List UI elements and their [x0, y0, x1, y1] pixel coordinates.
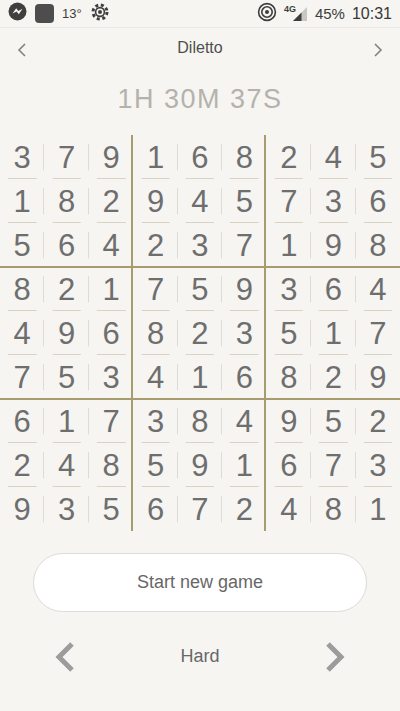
sudoku-cell[interactable]: 5: [178, 267, 222, 311]
sudoku-cell[interactable]: 6: [89, 311, 133, 355]
sudoku-cell[interactable]: 3: [267, 267, 311, 311]
battery-text: 45%: [315, 5, 345, 22]
sudoku-cell[interactable]: 4: [133, 355, 177, 399]
sudoku-cell[interactable]: 9: [44, 311, 88, 355]
sudoku-cell[interactable]: 5: [267, 311, 311, 355]
sudoku-cell[interactable]: 8: [178, 399, 222, 443]
sudoku-cell[interactable]: 2: [178, 311, 222, 355]
temperature-text: 13°: [62, 6, 82, 21]
sudoku-cell[interactable]: 7: [133, 267, 177, 311]
sudoku-cell[interactable]: 6: [0, 399, 44, 443]
sudoku-cell[interactable]: 9: [178, 443, 222, 487]
sudoku-cell[interactable]: 4: [267, 487, 311, 531]
sudoku-cell[interactable]: 3: [311, 179, 355, 223]
sudoku-grid: 3791682451829457365642371988217593644968…: [0, 135, 400, 531]
sudoku-cell[interactable]: 4: [178, 179, 222, 223]
sudoku-cell[interactable]: 1: [133, 135, 177, 179]
signal-icon: 4G: [284, 4, 308, 23]
status-bar-left: 13°: [8, 2, 110, 26]
puzzle-title: Diletto: [0, 39, 400, 57]
sudoku-cell[interactable]: 1: [222, 443, 266, 487]
sudoku-cell[interactable]: 9: [133, 179, 177, 223]
sudoku-cell[interactable]: 6: [356, 179, 400, 223]
sudoku-cell[interactable]: 3: [89, 355, 133, 399]
sudoku-cell[interactable]: 8: [0, 267, 44, 311]
sudoku-cell[interactable]: 1: [356, 487, 400, 531]
sudoku-cell[interactable]: 9: [89, 135, 133, 179]
messenger-icon: [8, 2, 27, 25]
sudoku-cell[interactable]: 5: [44, 355, 88, 399]
status-bar: 13° 4G: [0, 0, 400, 28]
sudoku-cell[interactable]: 5: [0, 223, 44, 267]
sudoku-cell[interactable]: 2: [222, 487, 266, 531]
sudoku-cell[interactable]: 5: [89, 487, 133, 531]
next-difficulty-button[interactable]: [322, 640, 348, 674]
sudoku-cell[interactable]: 6: [133, 487, 177, 531]
sudoku-cell[interactable]: 3: [0, 135, 44, 179]
sudoku-cell[interactable]: 8: [133, 311, 177, 355]
sudoku-cell[interactable]: 9: [311, 223, 355, 267]
sudoku-cell[interactable]: 2: [44, 267, 88, 311]
sudoku-cell[interactable]: 8: [44, 179, 88, 223]
sudoku-cell[interactable]: 9: [356, 355, 400, 399]
sudoku-cell[interactable]: 5: [133, 443, 177, 487]
sudoku-cell[interactable]: 4: [89, 223, 133, 267]
notification-square-icon: [35, 4, 54, 23]
sudoku-cell[interactable]: 9: [222, 267, 266, 311]
sudoku-cell[interactable]: 7: [89, 399, 133, 443]
sudoku-cell[interactable]: 2: [0, 443, 44, 487]
sudoku-cell[interactable]: 8: [89, 443, 133, 487]
sudoku-cell[interactable]: 6: [222, 355, 266, 399]
sudoku-cell[interactable]: 9: [0, 487, 44, 531]
sudoku-cell[interactable]: 5: [222, 179, 266, 223]
sudoku-cell[interactable]: 2: [89, 179, 133, 223]
sudoku-cell[interactable]: 7: [267, 179, 311, 223]
puzzle-header: Diletto: [0, 36, 400, 64]
sudoku-cell[interactable]: 4: [222, 399, 266, 443]
sudoku-cell[interactable]: 7: [356, 311, 400, 355]
start-new-game-label: Start new game: [137, 572, 263, 593]
next-puzzle-button[interactable]: [366, 40, 390, 60]
gear-icon: [90, 2, 110, 26]
sudoku-cell[interactable]: 1: [267, 223, 311, 267]
difficulty-nav: Hard: [0, 638, 400, 676]
sudoku-cell[interactable]: 2: [311, 355, 355, 399]
sudoku-cell[interactable]: 3: [44, 487, 88, 531]
sudoku-cell[interactable]: 7: [44, 135, 88, 179]
sudoku-cell[interactable]: 6: [311, 267, 355, 311]
sudoku-cell[interactable]: 4: [356, 267, 400, 311]
elapsed-time: 1H 30M 37S: [0, 84, 400, 115]
sudoku-cell[interactable]: 8: [311, 487, 355, 531]
sudoku-cell[interactable]: 1: [44, 399, 88, 443]
sudoku-cell[interactable]: 1: [0, 179, 44, 223]
sudoku-cell[interactable]: 3: [133, 399, 177, 443]
status-bar-right: 4G 45% 10:31: [257, 2, 392, 26]
sudoku-cell[interactable]: 3: [356, 443, 400, 487]
sudoku-cell[interactable]: 2: [133, 223, 177, 267]
hotspot-icon: [257, 2, 277, 26]
start-new-game-button[interactable]: Start new game: [33, 553, 367, 612]
sudoku-cell[interactable]: 8: [222, 135, 266, 179]
sudoku-cell[interactable]: 5: [311, 399, 355, 443]
sudoku-cell[interactable]: 9: [267, 399, 311, 443]
sudoku-cell[interactable]: 7: [311, 443, 355, 487]
sudoku-cell[interactable]: 3: [178, 223, 222, 267]
sudoku-cell[interactable]: 4: [44, 443, 88, 487]
sudoku-cell[interactable]: 4: [311, 135, 355, 179]
sudoku-cell[interactable]: 6: [178, 135, 222, 179]
sudoku-cell[interactable]: 1: [178, 355, 222, 399]
sudoku-cell[interactable]: 7: [222, 223, 266, 267]
sudoku-cell[interactable]: 1: [89, 267, 133, 311]
sudoku-cell[interactable]: 7: [178, 487, 222, 531]
sudoku-cell[interactable]: 5: [356, 135, 400, 179]
clock-text: 10:31: [352, 5, 392, 23]
sudoku-cell[interactable]: 6: [44, 223, 88, 267]
sudoku-cell[interactable]: 7: [0, 355, 44, 399]
sudoku-cell[interactable]: 1: [311, 311, 355, 355]
sudoku-cell[interactable]: 8: [267, 355, 311, 399]
sudoku-cell[interactable]: 2: [267, 135, 311, 179]
sudoku-cell[interactable]: 4: [0, 311, 44, 355]
app-screen: 13° 4G: [0, 0, 400, 711]
sudoku-cell[interactable]: 2: [356, 399, 400, 443]
sudoku-cell[interactable]: 6: [267, 443, 311, 487]
sudoku-cell[interactable]: 3: [222, 311, 266, 355]
sudoku-cell[interactable]: 8: [356, 223, 400, 267]
